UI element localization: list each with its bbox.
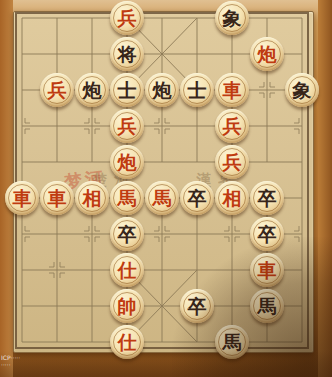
piece-red-advisor[interactable]: 仕 — [110, 325, 144, 359]
piece-glyph: 炮 — [83, 73, 102, 107]
piece-red-horse[interactable]: 馬 — [110, 181, 144, 215]
piece-red-soldier[interactable]: 兵 — [215, 109, 249, 143]
fine-print: ICP·········· — [1, 354, 20, 368]
piece-red-soldier[interactable]: 兵 — [110, 1, 144, 35]
piece-glyph: 馬 — [118, 181, 137, 215]
piece-glyph: 士 — [118, 73, 137, 107]
piece-glyph: 卒 — [118, 217, 137, 251]
piece-glyph: 車 — [48, 181, 67, 215]
piece-black-soldier[interactable]: 卒 — [250, 181, 284, 215]
piece-glyph: 象 — [293, 73, 312, 107]
piece-glyph: 仕 — [118, 325, 137, 359]
piece-glyph: 仕 — [118, 253, 137, 287]
piece-glyph: 卒 — [188, 289, 207, 323]
piece-glyph: 馬 — [223, 325, 242, 359]
piece-black-soldier[interactable]: 卒 — [110, 217, 144, 251]
piece-glyph: 兵 — [223, 145, 242, 179]
piece-red-soldier[interactable]: 兵 — [110, 109, 144, 143]
piece-red-general[interactable]: 帥 — [110, 289, 144, 323]
piece-black-elephant[interactable]: 象 — [285, 73, 319, 107]
piece-glyph: 象 — [223, 1, 242, 35]
piece-red-cannon[interactable]: 炮 — [110, 145, 144, 179]
piece-glyph: 帥 — [118, 289, 137, 323]
piece-red-horse[interactable]: 馬 — [145, 181, 179, 215]
piece-glyph: 馬 — [258, 289, 277, 323]
piece-red-soldier[interactable]: 兵 — [215, 145, 249, 179]
piece-red-elephant[interactable]: 相 — [75, 181, 109, 215]
fine-print-line2: ····· — [1, 361, 11, 368]
fine-print-line1: ICP····· — [1, 354, 20, 361]
piece-red-chariot[interactable]: 車 — [5, 181, 39, 215]
piece-black-horse[interactable]: 馬 — [250, 289, 284, 323]
piece-black-advisor[interactable]: 士 — [180, 73, 214, 107]
piece-glyph: 車 — [258, 253, 277, 287]
piece-glyph: 兵 — [118, 1, 137, 35]
piece-black-general[interactable]: 将 — [110, 37, 144, 71]
piece-glyph: 相 — [223, 181, 242, 215]
piece-black-cannon[interactable]: 炮 — [75, 73, 109, 107]
piece-glyph: 卒 — [258, 181, 277, 215]
piece-glyph: 炮 — [153, 73, 172, 107]
piece-glyph: 炮 — [118, 145, 137, 179]
piece-glyph: 卒 — [258, 217, 277, 251]
piece-glyph: 相 — [83, 181, 102, 215]
piece-glyph: 馬 — [153, 181, 172, 215]
piece-black-soldier[interactable]: 卒 — [250, 217, 284, 251]
piece-glyph: 将 — [118, 37, 137, 71]
piece-red-cannon[interactable]: 炮 — [250, 37, 284, 71]
piece-glyph: 卒 — [188, 181, 207, 215]
piece-black-cannon[interactable]: 炮 — [145, 73, 179, 107]
piece-red-chariot[interactable]: 車 — [215, 73, 249, 107]
piece-glyph: 車 — [223, 73, 242, 107]
piece-glyph: 炮 — [258, 37, 277, 71]
piece-black-horse[interactable]: 馬 — [215, 325, 249, 359]
piece-red-elephant[interactable]: 相 — [215, 181, 249, 215]
piece-glyph: 兵 — [223, 109, 242, 143]
piece-glyph: 士 — [188, 73, 207, 107]
piece-black-soldier[interactable]: 卒 — [180, 289, 214, 323]
piece-red-chariot[interactable]: 車 — [250, 253, 284, 287]
piece-red-advisor[interactable]: 仕 — [110, 253, 144, 287]
piece-red-soldier[interactable]: 兵 — [40, 73, 74, 107]
piece-glyph: 兵 — [118, 109, 137, 143]
piece-black-soldier[interactable]: 卒 — [180, 181, 214, 215]
piece-black-advisor[interactable]: 士 — [110, 73, 144, 107]
piece-black-elephant[interactable]: 象 — [215, 1, 249, 35]
piece-red-chariot[interactable]: 車 — [40, 181, 74, 215]
xiangqi-app-screen: 楚河 漢界 梦河 兵象将炮兵炮士炮士車象兵兵炮兵車車相馬馬卒相卒卒卒仕車帥卒馬仕… — [0, 0, 332, 377]
piece-glyph: 車 — [13, 181, 32, 215]
piece-glyph: 兵 — [48, 73, 67, 107]
